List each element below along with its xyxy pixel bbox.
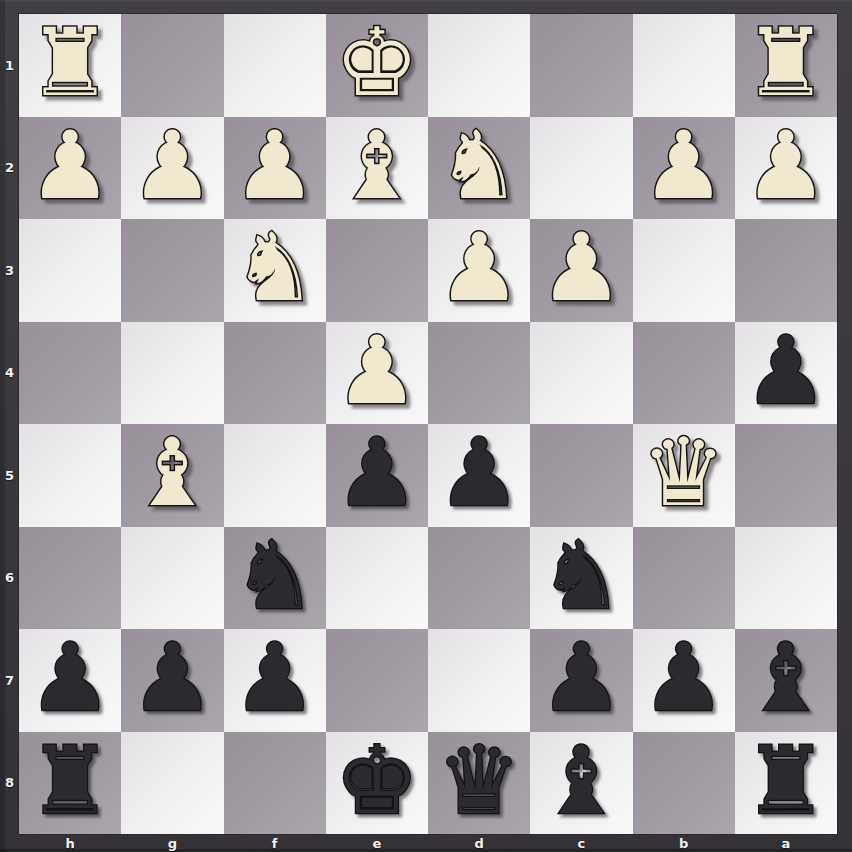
square-a3[interactable] <box>735 219 837 322</box>
black-pawn-f7: ♟ <box>232 631 316 725</box>
black-pawn-a4: ♟ <box>744 324 828 418</box>
square-d5[interactable]: ♟ <box>428 424 530 527</box>
chess-board: ♜♚♜♟♟♟♝♞♟♟♞♟♟♟♟♝♟♟♛♞♞♟♟♟♟♟♝♜♚♛♝♜ <box>19 14 837 834</box>
square-h1[interactable]: ♜ <box>19 14 121 117</box>
black-pawn-g7: ♟ <box>130 631 214 725</box>
file-label-g: g <box>121 834 223 852</box>
square-g8[interactable] <box>121 732 223 835</box>
square-a1[interactable]: ♜ <box>735 14 837 117</box>
square-b6[interactable] <box>633 527 735 630</box>
square-e8[interactable]: ♚ <box>326 732 428 835</box>
square-f8[interactable] <box>224 732 326 835</box>
file-labels: hgfedcba <box>19 834 837 852</box>
square-a4[interactable]: ♟ <box>735 322 837 425</box>
square-c5[interactable] <box>530 424 632 527</box>
square-e6[interactable] <box>326 527 428 630</box>
square-f5[interactable] <box>224 424 326 527</box>
square-f4[interactable] <box>224 322 326 425</box>
square-d2[interactable]: ♞ <box>428 117 530 220</box>
black-queen-d8: ♛ <box>437 734 521 828</box>
square-e2[interactable]: ♝ <box>326 117 428 220</box>
rank-label-6: 6 <box>0 527 19 630</box>
square-a5[interactable] <box>735 424 837 527</box>
white-king-e1: ♚ <box>335 16 419 110</box>
square-b7[interactable]: ♟ <box>633 629 735 732</box>
white-pawn-b2: ♟ <box>641 119 725 213</box>
black-knight-c6: ♞ <box>539 529 623 623</box>
file-label-e: e <box>326 834 428 852</box>
square-a8[interactable]: ♜ <box>735 732 837 835</box>
white-queen-b5: ♛ <box>641 426 725 520</box>
square-a6[interactable] <box>735 527 837 630</box>
white-pawn-a2: ♟ <box>744 119 828 213</box>
white-pawn-d3: ♟ <box>437 221 521 315</box>
black-pawn-e5: ♟ <box>335 426 419 520</box>
square-g5[interactable]: ♝ <box>121 424 223 527</box>
rank-label-1: 1 <box>0 14 19 117</box>
square-c4[interactable] <box>530 322 632 425</box>
black-pawn-b7: ♟ <box>641 631 725 725</box>
square-g2[interactable]: ♟ <box>121 117 223 220</box>
black-rook-h8: ♜ <box>28 734 112 828</box>
square-g6[interactable] <box>121 527 223 630</box>
rank-label-7: 7 <box>0 629 19 732</box>
square-c1[interactable] <box>530 14 632 117</box>
square-g3[interactable] <box>121 219 223 322</box>
square-h5[interactable] <box>19 424 121 527</box>
white-rook-h1: ♜ <box>28 16 112 110</box>
square-d8[interactable]: ♛ <box>428 732 530 835</box>
rank-label-2: 2 <box>0 117 19 220</box>
black-bishop-a7: ♝ <box>744 631 828 725</box>
square-b8[interactable] <box>633 732 735 835</box>
file-label-a: a <box>735 834 837 852</box>
file-label-d: d <box>428 834 530 852</box>
white-pawn-c3: ♟ <box>539 221 623 315</box>
white-knight-d2: ♞ <box>437 119 521 213</box>
square-h4[interactable] <box>19 322 121 425</box>
black-pawn-c7: ♟ <box>539 631 623 725</box>
square-f7[interactable]: ♟ <box>224 629 326 732</box>
square-b3[interactable] <box>633 219 735 322</box>
file-label-f: f <box>224 834 326 852</box>
square-d1[interactable] <box>428 14 530 117</box>
file-label-b: b <box>633 834 735 852</box>
square-d6[interactable] <box>428 527 530 630</box>
square-h8[interactable]: ♜ <box>19 732 121 835</box>
white-pawn-e4: ♟ <box>335 324 419 418</box>
rank-labels: 12345678 <box>0 14 19 834</box>
square-h2[interactable]: ♟ <box>19 117 121 220</box>
file-label-h: h <box>19 834 121 852</box>
square-b2[interactable]: ♟ <box>633 117 735 220</box>
square-e3[interactable] <box>326 219 428 322</box>
rank-label-3: 3 <box>0 219 19 322</box>
square-d7[interactable] <box>428 629 530 732</box>
square-a7[interactable]: ♝ <box>735 629 837 732</box>
board-frame: 12345678 ♜♚♜♟♟♟♝♞♟♟♞♟♟♟♟♝♟♟♛♞♞♟♟♟♟♟♝♜♚♛♝… <box>0 0 852 852</box>
white-bishop-e2: ♝ <box>335 119 419 213</box>
file-label-c: c <box>530 834 632 852</box>
square-f6[interactable]: ♞ <box>224 527 326 630</box>
square-c3[interactable]: ♟ <box>530 219 632 322</box>
square-f3[interactable]: ♞ <box>224 219 326 322</box>
rank-label-5: 5 <box>0 424 19 527</box>
black-knight-f6: ♞ <box>232 529 316 623</box>
square-d4[interactable] <box>428 322 530 425</box>
square-b4[interactable] <box>633 322 735 425</box>
white-pawn-h2: ♟ <box>28 119 112 213</box>
square-e5[interactable]: ♟ <box>326 424 428 527</box>
white-rook-a1: ♜ <box>744 16 828 110</box>
white-pawn-g2: ♟ <box>130 119 214 213</box>
rank-label-4: 4 <box>0 322 19 425</box>
black-king-e8: ♚ <box>335 734 419 828</box>
square-e4[interactable]: ♟ <box>326 322 428 425</box>
square-f2[interactable]: ♟ <box>224 117 326 220</box>
square-h7[interactable]: ♟ <box>19 629 121 732</box>
square-c2[interactable] <box>530 117 632 220</box>
square-f1[interactable] <box>224 14 326 117</box>
square-d3[interactable]: ♟ <box>428 219 530 322</box>
square-h3[interactable] <box>19 219 121 322</box>
black-pawn-d5: ♟ <box>437 426 521 520</box>
black-pawn-h7: ♟ <box>28 631 112 725</box>
white-knight-f3: ♞ <box>232 221 316 315</box>
square-b5[interactable]: ♛ <box>633 424 735 527</box>
white-pawn-f2: ♟ <box>232 119 316 213</box>
square-c6[interactable]: ♞ <box>530 527 632 630</box>
square-h6[interactable] <box>19 527 121 630</box>
square-a2[interactable]: ♟ <box>735 117 837 220</box>
black-bishop-c8: ♝ <box>539 734 623 828</box>
square-c8[interactable]: ♝ <box>530 732 632 835</box>
square-g7[interactable]: ♟ <box>121 629 223 732</box>
square-e7[interactable] <box>326 629 428 732</box>
white-bishop-g5: ♝ <box>130 426 214 520</box>
square-c7[interactable]: ♟ <box>530 629 632 732</box>
square-g4[interactable] <box>121 322 223 425</box>
square-e1[interactable]: ♚ <box>326 14 428 117</box>
square-b1[interactable] <box>633 14 735 117</box>
rank-label-8: 8 <box>0 732 19 835</box>
square-g1[interactable] <box>121 14 223 117</box>
black-rook-a8: ♜ <box>744 734 828 828</box>
